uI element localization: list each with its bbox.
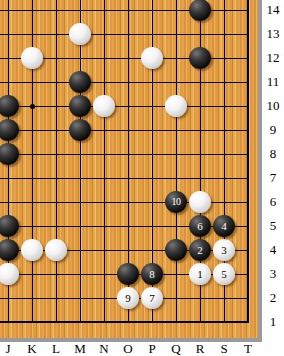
stone-white-R6[interactable] (189, 191, 211, 213)
row-label-10: 10 (262, 99, 284, 113)
grid-line-row-8 (0, 154, 249, 155)
stone-black-J10[interactable] (0, 95, 19, 117)
row-label-12: 12 (262, 51, 284, 65)
stone-black-M10[interactable] (69, 95, 91, 117)
move-5-white-S3[interactable]: 5 (213, 263, 235, 285)
col-label-S: S (215, 342, 233, 356)
row-label-9: 9 (262, 123, 284, 137)
go-board-surface[interactable]: 12345678910 (0, 0, 262, 342)
move-9-white-O2[interactable]: 9 (117, 287, 139, 309)
move-number-label: 4 (221, 215, 227, 237)
stone-white-P12[interactable] (141, 47, 163, 69)
row-label-1: 1 (262, 315, 284, 329)
stone-black-J9[interactable] (0, 119, 19, 141)
stone-white-Q10[interactable] (165, 95, 187, 117)
stone-white-N10[interactable] (93, 95, 115, 117)
stone-white-M13[interactable] (69, 23, 91, 45)
move-4-black-S5[interactable]: 4 (213, 215, 235, 237)
grid-line-row-11 (0, 82, 249, 83)
stone-black-R12[interactable] (189, 47, 211, 69)
move-number-label: 3 (221, 239, 227, 261)
grid-line-row-5 (0, 226, 249, 227)
move-number-label: 1 (197, 263, 203, 285)
move-number-label: 6 (197, 215, 203, 237)
move-3-white-S4[interactable]: 3 (213, 239, 235, 261)
move-number-label: 7 (149, 287, 155, 309)
col-label-K: K (23, 342, 41, 356)
grid-line-row-13 (0, 34, 249, 35)
grid-line-row-9 (0, 130, 249, 131)
stone-white-K4[interactable] (21, 239, 43, 261)
grid-line-row-10 (0, 106, 249, 107)
col-label-O: O (119, 342, 137, 356)
move-number-label: 9 (125, 287, 131, 309)
move-6-black-R5[interactable]: 6 (189, 215, 211, 237)
stone-black-R14[interactable] (189, 0, 211, 21)
move-number-label: 8 (149, 263, 155, 285)
stone-black-M11[interactable] (69, 71, 91, 93)
stone-black-O3[interactable] (117, 263, 139, 285)
grid-line-row-1 (0, 321, 249, 323)
col-label-Q: Q (167, 342, 185, 356)
move-10-black-Q6[interactable]: 10 (165, 191, 187, 213)
stone-white-K12[interactable] (21, 47, 43, 69)
row-coordinate-labels: 1413121110987654321 (262, 0, 284, 342)
row-label-8: 8 (262, 147, 284, 161)
col-label-L: L (47, 342, 65, 356)
move-7-white-P2[interactable]: 7 (141, 287, 163, 309)
row-label-13: 13 (262, 27, 284, 41)
star-point-K10 (30, 104, 35, 109)
column-coordinate-labels: JKLMNOPQRST (0, 342, 262, 356)
stone-white-J3[interactable] (0, 263, 19, 285)
col-label-R: R (191, 342, 209, 356)
row-label-3: 3 (262, 267, 284, 281)
grid-line-row-7 (0, 178, 249, 179)
stone-black-Q4[interactable] (165, 239, 187, 261)
row-label-2: 2 (262, 291, 284, 305)
stone-black-J4[interactable] (0, 239, 19, 261)
move-number-label: 10 (172, 191, 181, 213)
move-8-black-P3[interactable]: 8 (141, 263, 163, 285)
stone-black-M9[interactable] (69, 119, 91, 141)
row-label-14: 14 (262, 3, 284, 17)
row-label-11: 11 (262, 75, 284, 89)
col-label-M: M (71, 342, 89, 356)
col-label-T: T (239, 342, 257, 356)
move-number-label: 2 (197, 239, 203, 261)
go-diagram: 12345678910 JKLMNOPQRST 1413121110987654… (0, 0, 284, 356)
grid-line-row-14 (0, 10, 249, 11)
move-2-black-R4[interactable]: 2 (189, 239, 211, 261)
col-label-J: J (0, 342, 17, 356)
grid-line-row-6 (0, 202, 249, 203)
row-label-6: 6 (262, 195, 284, 209)
stone-black-J5[interactable] (0, 215, 19, 237)
stone-white-L4[interactable] (45, 239, 67, 261)
row-label-7: 7 (262, 171, 284, 185)
row-label-4: 4 (262, 243, 284, 257)
col-label-N: N (95, 342, 113, 356)
move-number-label: 5 (221, 263, 227, 285)
stone-black-J8[interactable] (0, 143, 19, 165)
row-label-5: 5 (262, 219, 284, 233)
col-label-P: P (143, 342, 161, 356)
move-1-white-R3[interactable]: 1 (189, 263, 211, 285)
